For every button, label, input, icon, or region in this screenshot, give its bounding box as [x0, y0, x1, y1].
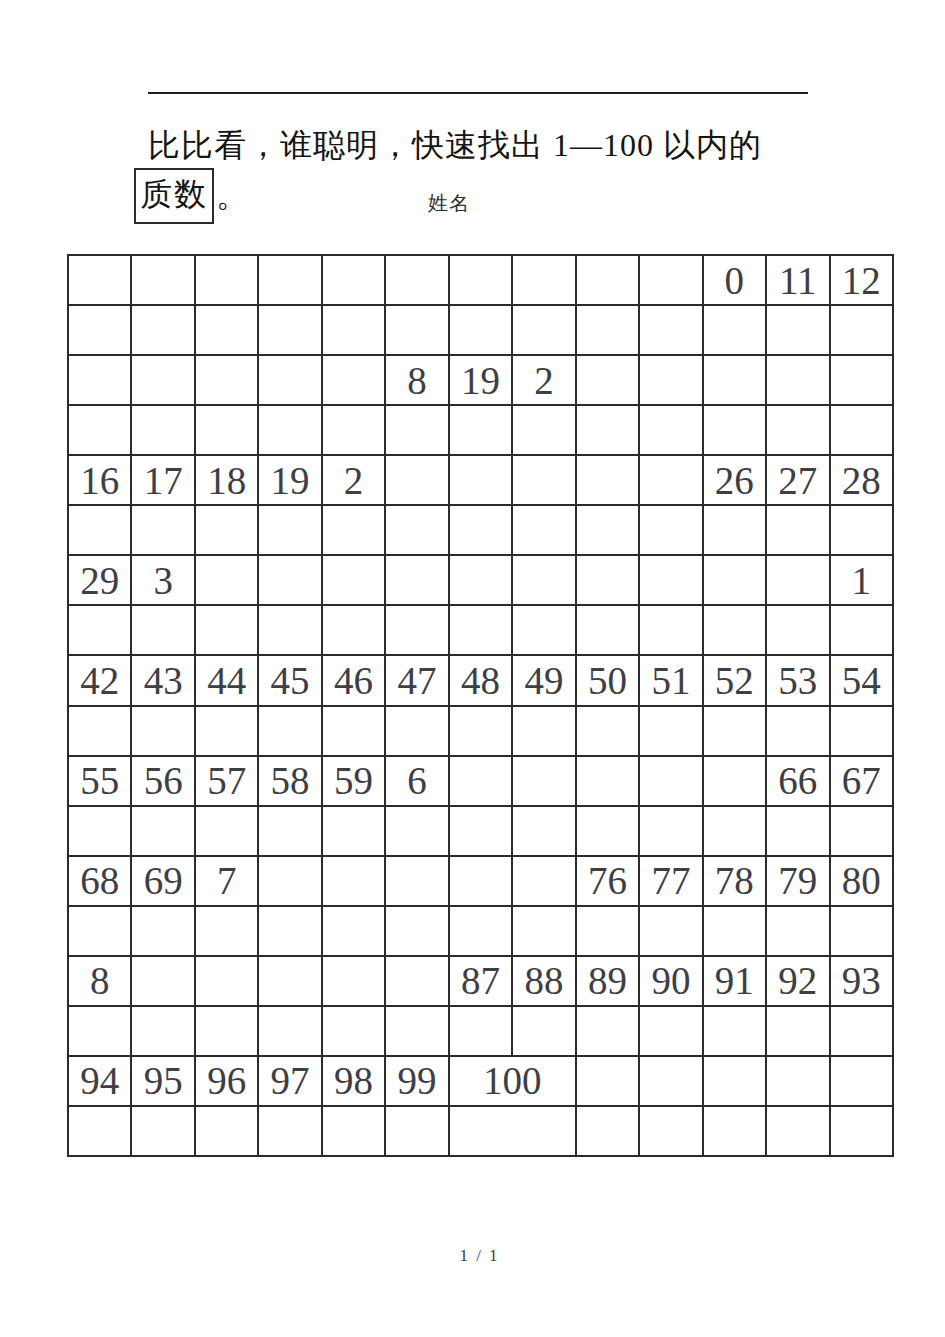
- grid-cell-empty: [259, 907, 320, 955]
- grid-cell-59: 59: [323, 757, 384, 805]
- grid-cell-78: 78: [704, 857, 765, 905]
- grid-cell-empty: [577, 1007, 638, 1055]
- grid-cell-empty: [259, 957, 320, 1005]
- grid-cell-empty: [386, 857, 447, 905]
- grid-cell-empty: [704, 306, 765, 354]
- grid-cell-empty: [640, 506, 701, 554]
- grid-cell-48: 48: [450, 656, 511, 704]
- worksheet-page: 比比看，谁聪明，快速找出 1—100 以内的 质数 。 姓名 011128192…: [0, 0, 945, 1337]
- grid-cell-empty: [513, 406, 574, 454]
- grid-cell-empty: [386, 456, 447, 504]
- grid-cell-empty: [831, 406, 892, 454]
- grid-cell-6: 6: [386, 757, 447, 805]
- grid-cell-80: 80: [831, 857, 892, 905]
- grid-cell-empty: [132, 907, 193, 955]
- grid-cell-empty: [259, 857, 320, 905]
- grid-cell-empty: [386, 556, 447, 604]
- grid-cell-empty: [513, 556, 574, 604]
- grid-cell-51: 51: [640, 656, 701, 704]
- grid-cell-empty: [69, 406, 130, 454]
- grid-cell-empty: [577, 406, 638, 454]
- grid-cell-43: 43: [132, 656, 193, 704]
- grid-cell-empty: [577, 606, 638, 654]
- grid-cell-empty: [577, 707, 638, 755]
- boxed-term-prime: 质数: [134, 168, 214, 224]
- grid-cell-empty: [704, 1007, 765, 1055]
- grid-cell-58: 58: [259, 757, 320, 805]
- number-grid: 0111281921617181922627282931424344454647…: [67, 254, 894, 1157]
- grid-cell-empty: [831, 707, 892, 755]
- grid-cell-empty: [450, 907, 511, 955]
- grid-cell-empty: [513, 857, 574, 905]
- grid-cell-19: 19: [450, 356, 511, 404]
- grid-cell-100: 100: [450, 1057, 575, 1105]
- grid-cell-94: 94: [69, 1057, 130, 1105]
- grid-cell-empty: [640, 807, 701, 855]
- grid-cell-empty: [323, 807, 384, 855]
- grid-cell-empty: [513, 506, 574, 554]
- grid-cell-empty: [640, 606, 701, 654]
- grid-cell-empty: [323, 356, 384, 404]
- grid-cell-empty: [196, 957, 257, 1005]
- grid-cell-empty: [831, 807, 892, 855]
- title-underline: [148, 92, 808, 94]
- grid-cell-empty: [767, 606, 828, 654]
- grid-cell-empty: [132, 256, 193, 304]
- grid-cell-empty: [386, 957, 447, 1005]
- grid-cell-empty: [69, 1107, 130, 1155]
- grid-cell-empty: [767, 1007, 828, 1055]
- grid-cell-empty: [196, 306, 257, 354]
- grid-cell-empty: [767, 907, 828, 955]
- grid-cell-92: 92: [767, 957, 828, 1005]
- grid-cell-11: 11: [767, 256, 828, 304]
- grid-cell-empty: [323, 556, 384, 604]
- grid-cell-88: 88: [513, 957, 574, 1005]
- grid-cell-empty: [450, 556, 511, 604]
- grid-cell-empty: [196, 556, 257, 604]
- grid-cell-empty: [196, 506, 257, 554]
- grid-cell-empty: [196, 256, 257, 304]
- grid-cell-empty: [767, 406, 828, 454]
- grid-cell-empty: [323, 306, 384, 354]
- grid-cell-44: 44: [196, 656, 257, 704]
- grid-cell-empty: [640, 907, 701, 955]
- grid-cell-empty: [450, 807, 511, 855]
- grid-cell-empty: [577, 456, 638, 504]
- grid-cell-empty: [132, 957, 193, 1005]
- grid-cell-empty: [450, 306, 511, 354]
- grid-cell-empty: [704, 1057, 765, 1105]
- grid-cell-empty: [323, 857, 384, 905]
- grid-cell-empty: [450, 606, 511, 654]
- grid-cell-empty: [132, 306, 193, 354]
- grid-cell-empty: [577, 306, 638, 354]
- grid-cell-empty: [69, 306, 130, 354]
- grid-cell-empty: [259, 556, 320, 604]
- grid-cell-empty: [323, 506, 384, 554]
- grid-cell-19: 19: [259, 456, 320, 504]
- grid-cell-empty: [577, 506, 638, 554]
- grid-cell-empty: [196, 907, 257, 955]
- grid-cell-empty: [69, 356, 130, 404]
- grid-cell-empty: [450, 757, 511, 805]
- title-period: 。: [216, 168, 248, 218]
- grid-cell-empty: [831, 907, 892, 955]
- grid-cell-empty: [704, 757, 765, 805]
- grid-cell-45: 45: [259, 656, 320, 704]
- grid-cell-empty: [767, 1107, 828, 1155]
- grid-cell-empty: [386, 907, 447, 955]
- grid-cell-28: 28: [831, 456, 892, 504]
- grid-cell-empty: [259, 506, 320, 554]
- grid-cell-2: 2: [513, 356, 574, 404]
- grid-cell-empty: [386, 506, 447, 554]
- grid-cell-empty: [577, 907, 638, 955]
- grid-cell-empty: [132, 1107, 193, 1155]
- grid-cell-empty: [767, 1057, 828, 1105]
- grid-cell-17: 17: [132, 456, 193, 504]
- grid-cell-empty: [704, 356, 765, 404]
- grid-cell-empty: [69, 606, 130, 654]
- grid-cell-57: 57: [196, 757, 257, 805]
- grid-cell-empty: [259, 356, 320, 404]
- worksheet-title-line2: 质数 。: [134, 168, 248, 224]
- grid-cell-empty: [640, 256, 701, 304]
- grid-cell-54: 54: [831, 656, 892, 704]
- grid-cell-empty: [767, 807, 828, 855]
- grid-cell-empty: [69, 1007, 130, 1055]
- grid-cell-empty: [767, 556, 828, 604]
- grid-cell-1: 1: [831, 556, 892, 604]
- grid-cell-empty: [704, 907, 765, 955]
- grid-cell-empty: [513, 807, 574, 855]
- grid-cell-empty: [831, 506, 892, 554]
- grid-cell-empty: [450, 707, 511, 755]
- grid-cell-empty: [513, 1007, 574, 1055]
- grid-cell-96: 96: [196, 1057, 257, 1105]
- grid-cell-empty: [323, 406, 384, 454]
- grid-cell-empty: [577, 256, 638, 304]
- grid-cell-empty: [386, 406, 447, 454]
- grid-cell-empty: [767, 707, 828, 755]
- grid-cell-76: 76: [577, 857, 638, 905]
- grid-cell-empty: [640, 757, 701, 805]
- grid-cell-empty: [196, 606, 257, 654]
- grid-cell-67: 67: [831, 757, 892, 805]
- grid-cell-empty: [577, 757, 638, 805]
- grid-cell-empty: [69, 256, 130, 304]
- grid-cell-empty: [513, 907, 574, 955]
- grid-cell-empty: [69, 707, 130, 755]
- grid-cell-empty: [323, 1007, 384, 1055]
- grid-cell-empty: [69, 907, 130, 955]
- grid-cell-16: 16: [69, 456, 130, 504]
- grid-cell-empty: [704, 807, 765, 855]
- grid-cell-empty: [259, 1107, 320, 1155]
- grid-cell-empty: [831, 306, 892, 354]
- grid-cell-empty: [767, 356, 828, 404]
- grid-cell-69: 69: [132, 857, 193, 905]
- grid-cell-empty: [450, 857, 511, 905]
- grid-cell-empty: [259, 306, 320, 354]
- grid-cell-empty: [323, 1107, 384, 1155]
- grid-cell-empty: [132, 406, 193, 454]
- grid-cell-91: 91: [704, 957, 765, 1005]
- grid-cell-empty: [323, 606, 384, 654]
- grid-cell-empty: [704, 556, 765, 604]
- grid-cell-empty: [704, 1107, 765, 1155]
- grid-cell-98: 98: [323, 1057, 384, 1105]
- grid-cell-empty: [831, 1057, 892, 1105]
- page-indicator: 1 / 1: [0, 1246, 945, 1266]
- grid-cell-empty: [831, 606, 892, 654]
- grid-cell-empty: [577, 1107, 638, 1155]
- grid-cell-2: 2: [323, 456, 384, 504]
- grid-cell-empty: [196, 406, 257, 454]
- grid-cell-12: 12: [831, 256, 892, 304]
- grid-cell-empty: [132, 356, 193, 404]
- grid-cell-68: 68: [69, 857, 130, 905]
- grid-cell-56: 56: [132, 757, 193, 805]
- grid-cell-47: 47: [386, 656, 447, 704]
- grid-cell-empty: [513, 306, 574, 354]
- grid-cell-empty: [323, 957, 384, 1005]
- grid-cell-empty: [259, 707, 320, 755]
- grid-cell-7: 7: [196, 857, 257, 905]
- grid-cell-90: 90: [640, 957, 701, 1005]
- grid-cell-empty: [513, 256, 574, 304]
- grid-cell-empty: [640, 456, 701, 504]
- grid-cell-26: 26: [704, 456, 765, 504]
- grid-cell-empty: [450, 256, 511, 304]
- grid-cell-77: 77: [640, 857, 701, 905]
- grid-cell-empty: [323, 256, 384, 304]
- name-label: 姓名: [428, 190, 470, 217]
- grid-cell-29: 29: [69, 556, 130, 604]
- grid-cell-89: 89: [577, 957, 638, 1005]
- grid-cell-empty: [196, 1007, 257, 1055]
- grid-cell-97: 97: [259, 1057, 320, 1105]
- grid-cell-18: 18: [196, 456, 257, 504]
- grid-cell-42: 42: [69, 656, 130, 704]
- grid-cell-8: 8: [386, 356, 447, 404]
- grid-cell-empty: [450, 506, 511, 554]
- grid-cell-empty: [450, 1107, 575, 1155]
- grid-cell-52: 52: [704, 656, 765, 704]
- grid-cell-empty: [640, 556, 701, 604]
- grid-cell-empty: [69, 506, 130, 554]
- grid-cell-79: 79: [767, 857, 828, 905]
- grid-cell-empty: [69, 807, 130, 855]
- grid-cell-empty: [577, 807, 638, 855]
- grid-cell-empty: [132, 1007, 193, 1055]
- grid-cell-66: 66: [767, 757, 828, 805]
- grid-cell-empty: [577, 1057, 638, 1105]
- grid-cell-empty: [513, 757, 574, 805]
- grid-cell-95: 95: [132, 1057, 193, 1105]
- grid-cell-empty: [767, 306, 828, 354]
- grid-cell-0: 0: [704, 256, 765, 304]
- grid-cell-3: 3: [132, 556, 193, 604]
- grid-cell-empty: [132, 807, 193, 855]
- grid-cell-empty: [767, 506, 828, 554]
- grid-cell-empty: [640, 1107, 701, 1155]
- grid-cell-empty: [640, 1057, 701, 1105]
- grid-cell-empty: [196, 1107, 257, 1155]
- grid-cell-46: 46: [323, 656, 384, 704]
- grid-cell-empty: [132, 606, 193, 654]
- grid-cell-empty: [577, 356, 638, 404]
- grid-cell-empty: [259, 807, 320, 855]
- grid-cell-empty: [640, 1007, 701, 1055]
- grid-cell-55: 55: [69, 757, 130, 805]
- grid-cell-empty: [259, 406, 320, 454]
- grid-cell-empty: [386, 707, 447, 755]
- grid-cell-empty: [704, 406, 765, 454]
- grid-cell-empty: [513, 456, 574, 504]
- grid-cell-empty: [259, 1007, 320, 1055]
- grid-cell-empty: [450, 456, 511, 504]
- grid-cell-empty: [450, 406, 511, 454]
- grid-cell-empty: [704, 707, 765, 755]
- grid-cell-49: 49: [513, 656, 574, 704]
- grid-cell-empty: [259, 256, 320, 304]
- grid-cell-empty: [640, 356, 701, 404]
- grid-cell-53: 53: [767, 656, 828, 704]
- grid-cell-empty: [386, 1007, 447, 1055]
- grid-cell-empty: [386, 256, 447, 304]
- grid-cell-99: 99: [386, 1057, 447, 1105]
- grid-cell-50: 50: [577, 656, 638, 704]
- grid-cell-empty: [386, 1107, 447, 1155]
- grid-cell-empty: [704, 506, 765, 554]
- grid-cell-empty: [640, 707, 701, 755]
- grid-cell-empty: [132, 506, 193, 554]
- grid-cell-93: 93: [831, 957, 892, 1005]
- grid-cell-empty: [323, 707, 384, 755]
- grid-cell-empty: [323, 907, 384, 955]
- worksheet-title-line1: 比比看，谁聪明，快速找出 1—100 以内的: [148, 124, 848, 168]
- grid-cell-87: 87: [450, 957, 511, 1005]
- grid-cell-empty: [196, 356, 257, 404]
- grid-cell-empty: [513, 606, 574, 654]
- grid-cell-empty: [831, 1007, 892, 1055]
- grid-cell-8: 8: [69, 957, 130, 1005]
- grid-cell-empty: [704, 606, 765, 654]
- grid-cell-empty: [132, 707, 193, 755]
- grid-cell-empty: [196, 807, 257, 855]
- grid-cell-empty: [196, 707, 257, 755]
- grid-cell-empty: [386, 606, 447, 654]
- grid-cell-empty: [577, 556, 638, 604]
- grid-cell-empty: [259, 606, 320, 654]
- grid-cell-empty: [640, 306, 701, 354]
- grid-cell-27: 27: [767, 456, 828, 504]
- grid-cell-empty: [831, 1107, 892, 1155]
- grid-cell-empty: [450, 1007, 511, 1055]
- grid-cell-empty: [513, 707, 574, 755]
- grid-cell-empty: [386, 807, 447, 855]
- grid-cell-empty: [831, 356, 892, 404]
- grid-cell-empty: [386, 306, 447, 354]
- grid-cell-empty: [640, 406, 701, 454]
